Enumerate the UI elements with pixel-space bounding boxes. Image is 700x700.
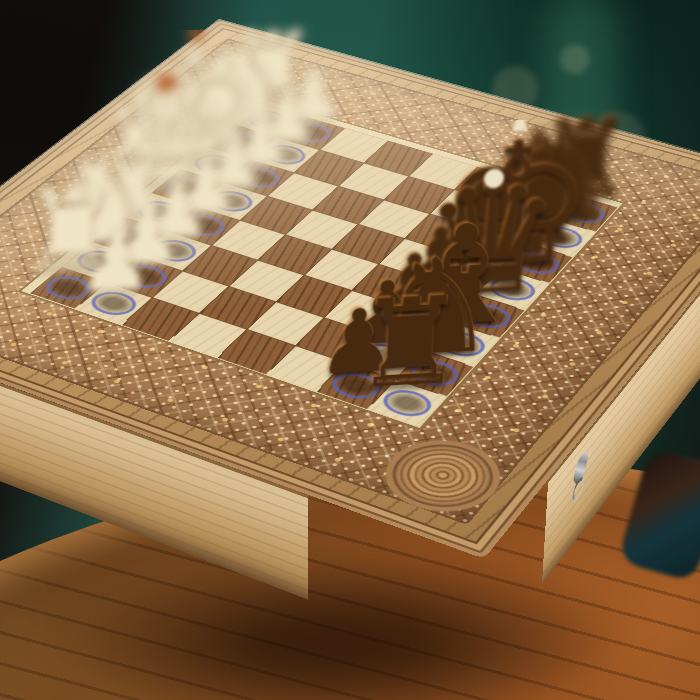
rosette-medallion [0, 268, 12, 338]
white-king-finial-cone [188, 14, 204, 41]
bokeh-light [560, 44, 590, 74]
rosette-medallion [375, 434, 510, 519]
inner-frame: ♜♟♟♜♞♟♟♞♝♟♟♝♚♟♟♚♛♟♟♛♝♟♟♝♞♟♟♞♜♟♟♜ [18, 96, 626, 431]
black-king-finial-cone [512, 103, 529, 132]
black-queen-finial-ball [483, 168, 504, 189]
piece-white-pawn-a2[interactable]: ♟ [75, 218, 156, 305]
square-a8[interactable]: ♜ [368, 380, 446, 427]
photo-scene: ♜♟♟♜♞♟♟♞♝♟♟♝♚♟♟♚♛♟♟♛♝♟♟♝♞♟♟♞♜♟♟♜ [0, 0, 700, 700]
chess-box-3d: ♜♟♟♜♞♟♟♞♝♟♟♝♚♟♟♚♛♟♟♛♝♟♟♝♞♟♟♞♜♟♟♜ [0, 20, 700, 559]
white-queen-finial-ball [156, 73, 176, 92]
piece-black-rook-a8[interactable]: ♜ [352, 280, 468, 407]
latch-icon [572, 447, 589, 507]
dovetail-joint [433, 542, 484, 666]
chess-board-grid: ♜♟♟♜♞♟♟♞♝♟♟♝♚♟♟♚♛♟♟♛♝♟♟♝♞♟♟♞♜♟♟♜ [36, 103, 610, 418]
